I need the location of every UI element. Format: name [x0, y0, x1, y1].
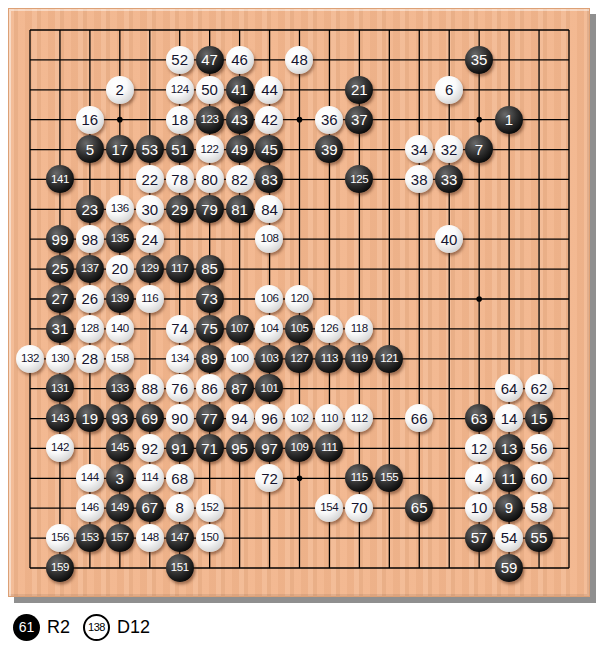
move-number: 36 [321, 112, 338, 127]
move-number: 122 [201, 144, 219, 156]
move-number: 35 [471, 52, 488, 67]
stone-O15: 34 [404, 135, 434, 165]
move-number: 67 [141, 500, 158, 515]
move-number: 100 [231, 353, 249, 365]
move-number: 46 [231, 52, 248, 67]
stone-D9: 140 [105, 314, 135, 344]
move-number: 107 [231, 323, 249, 335]
stone-K6: 102 [284, 403, 314, 433]
stone-M17: 21 [344, 75, 374, 105]
page: { "game": "go", "board_size": 19, "color… [0, 0, 600, 659]
stone-E6: 69 [135, 403, 165, 433]
stone-G9: 75 [195, 314, 225, 344]
move-number: 39 [321, 142, 338, 157]
stone-G14: 80 [195, 164, 225, 194]
stone-F1: 151 [165, 553, 195, 583]
move-number: 142 [51, 442, 69, 454]
move-number: 78 [171, 172, 188, 187]
stone-R2: 54 [494, 523, 524, 553]
move-number: 51 [171, 142, 188, 157]
move-number: 84 [261, 202, 278, 217]
stone-C15: 5 [75, 135, 105, 165]
move-number: 19 [82, 411, 99, 426]
move-number: 135 [111, 233, 129, 245]
stone-K9: 105 [284, 314, 314, 344]
move-number: 22 [141, 172, 158, 187]
move-number: 109 [290, 442, 308, 454]
move-number: 83 [261, 172, 278, 187]
move-number: 69 [141, 411, 158, 426]
move-number: 43 [231, 112, 248, 127]
stone-C6: 19 [75, 403, 105, 433]
move-number: 96 [261, 411, 278, 426]
stone-L15: 39 [314, 135, 344, 165]
stone-M6: 112 [344, 403, 374, 433]
move-number: 94 [231, 411, 248, 426]
stone-R3: 9 [494, 493, 524, 523]
move-number: 140 [111, 323, 129, 335]
move-number: 133 [111, 383, 129, 395]
stone-E15: 53 [135, 135, 165, 165]
move-number: 75 [201, 321, 218, 336]
stone-H15: 49 [225, 135, 255, 165]
stone-J4: 72 [255, 463, 285, 493]
stone-H13: 81 [225, 194, 255, 224]
stone-C8: 28 [75, 344, 105, 374]
stone-B1: 159 [45, 553, 75, 583]
stone-K5: 109 [284, 433, 314, 463]
stone-F3: 8 [165, 493, 195, 523]
stone-P15: 32 [434, 135, 464, 165]
stone-F18: 52 [165, 45, 195, 75]
stone-M3: 70 [344, 493, 374, 523]
stone-G3: 152 [195, 493, 225, 523]
move-number: 54 [501, 530, 518, 545]
move-caption: 61R2138D12 [13, 612, 156, 642]
move-number: 42 [261, 112, 278, 127]
move-number: 132 [21, 353, 39, 365]
move-number: 7 [475, 142, 483, 157]
move-number: 66 [411, 411, 428, 426]
stone-R16: 1 [494, 105, 524, 135]
move-number: 149 [111, 502, 129, 514]
move-number: 76 [171, 381, 188, 396]
stone-D3: 149 [105, 493, 135, 523]
stone-D7: 133 [105, 374, 135, 404]
move-number: 86 [201, 381, 218, 396]
stone-F7: 76 [165, 374, 195, 404]
move-number: 97 [261, 441, 278, 456]
move-number: 14 [501, 411, 518, 426]
move-number: 136 [111, 203, 129, 215]
stone-B6: 143 [45, 403, 75, 433]
stone-H7: 87 [225, 374, 255, 404]
move-number: 124 [171, 84, 189, 96]
stone-E14: 22 [135, 164, 165, 194]
move-number: 106 [260, 293, 278, 305]
move-number: 13 [501, 441, 518, 456]
stone-R1: 59 [494, 553, 524, 583]
stone-P12: 40 [434, 224, 464, 254]
move-number: 118 [351, 323, 368, 335]
stone-D15: 17 [105, 135, 135, 165]
stone-P14: 33 [434, 164, 464, 194]
stone-J7: 101 [255, 374, 285, 404]
move-number: 44 [261, 82, 278, 97]
move-number: 102 [290, 413, 308, 425]
stone-E2: 148 [135, 523, 165, 553]
move-number: 3 [116, 471, 124, 486]
stone-D8: 158 [105, 344, 135, 374]
stone-G18: 47 [195, 45, 225, 75]
stone-B11: 25 [45, 254, 75, 284]
move-number: 38 [411, 172, 428, 187]
move-number: 21 [351, 82, 368, 97]
stone-Q15: 7 [464, 135, 494, 165]
move-number: 157 [111, 532, 129, 544]
move-number: 16 [82, 112, 99, 127]
move-number: 28 [82, 351, 99, 366]
move-number: 12 [471, 441, 488, 456]
move-number: 23 [82, 202, 99, 217]
stone-E3: 67 [135, 493, 165, 523]
move-number: 115 [351, 472, 368, 484]
stone-D12: 135 [105, 224, 135, 254]
stone-B8: 130 [45, 344, 75, 374]
move-number: 88 [141, 381, 158, 396]
stone-G17: 50 [195, 75, 225, 105]
move-number: 59 [501, 560, 518, 575]
move-number: 98 [82, 232, 99, 247]
stone-G2: 150 [195, 523, 225, 553]
move-number: 52 [171, 52, 188, 67]
move-number: 154 [320, 502, 338, 514]
move-number: 123 [201, 114, 219, 126]
move-number: 101 [260, 383, 278, 395]
stone-B5: 142 [45, 433, 75, 463]
stone-B9: 31 [45, 314, 75, 344]
stone-J8: 103 [255, 344, 285, 374]
stone-F5: 91 [165, 433, 195, 463]
move-number: 10 [471, 500, 488, 515]
move-number: 71 [201, 441, 218, 456]
move-number: 92 [141, 441, 158, 456]
stone-R6: 14 [494, 403, 524, 433]
stone-G5: 71 [195, 433, 225, 463]
stone-M9: 118 [344, 314, 374, 344]
stone-F17: 124 [165, 75, 195, 105]
move-number: 108 [260, 233, 278, 245]
stone-J14: 83 [255, 164, 285, 194]
move-number: 144 [81, 472, 99, 484]
stone-L3: 154 [314, 493, 344, 523]
move-number: 80 [201, 172, 218, 187]
move-number: 74 [171, 321, 188, 336]
stone-R4: 11 [494, 463, 524, 493]
move-number: 126 [320, 323, 338, 335]
caption-point-label: D12 [117, 617, 150, 638]
stone-D11: 20 [105, 254, 135, 284]
move-number: 99 [52, 232, 69, 247]
move-number: 121 [380, 353, 398, 365]
stone-J15: 45 [255, 135, 285, 165]
stone-H16: 43 [225, 105, 255, 135]
move-number: 25 [52, 261, 69, 276]
move-number: 32 [441, 142, 458, 157]
move-number: 105 [290, 323, 308, 335]
move-number: 120 [290, 293, 308, 305]
move-number: 95 [231, 441, 248, 456]
stone-S4: 60 [524, 463, 554, 493]
move-number: 64 [501, 381, 518, 396]
move-number: 63 [471, 411, 488, 426]
stone-M8: 119 [344, 344, 374, 374]
stone-M16: 37 [344, 105, 374, 135]
move-number: 81 [231, 202, 248, 217]
move-number: 24 [141, 232, 158, 247]
stone-F15: 51 [165, 135, 195, 165]
move-number: 8 [175, 500, 183, 515]
move-number: 15 [531, 411, 548, 426]
move-number: 79 [201, 202, 218, 217]
stone-B10: 27 [45, 284, 75, 314]
move-number: 49 [231, 142, 248, 157]
stone-H6: 94 [225, 403, 255, 433]
stone-M14: 125 [344, 164, 374, 194]
move-number: 131 [51, 383, 69, 395]
stone-H14: 82 [225, 164, 255, 194]
move-number: 111 [321, 442, 337, 454]
move-number: 58 [531, 500, 548, 515]
stone-M4: 115 [344, 463, 374, 493]
move-number: 91 [171, 441, 188, 456]
stone-F4: 68 [165, 463, 195, 493]
stone-L16: 36 [314, 105, 344, 135]
move-number: 139 [111, 293, 129, 305]
move-number: 55 [531, 530, 548, 545]
move-number: 11 [501, 471, 517, 486]
move-number: 156 [51, 532, 69, 544]
move-number: 159 [51, 562, 69, 574]
move-number: 45 [261, 142, 278, 157]
move-number: 112 [351, 413, 368, 425]
move-number: 143 [51, 413, 69, 425]
move-number: 33 [441, 172, 458, 187]
stone-H8: 100 [225, 344, 255, 374]
move-number: 20 [111, 261, 128, 276]
stone-N8: 121 [374, 344, 404, 374]
stone-E4: 114 [135, 463, 165, 493]
stone-K8: 127 [284, 344, 314, 374]
stone-C3: 146 [75, 493, 105, 523]
stone-F11: 117 [165, 254, 195, 284]
stone-C9: 128 [75, 314, 105, 344]
move-number: 146 [81, 502, 99, 514]
stone-C10: 26 [75, 284, 105, 314]
move-number: 2 [116, 82, 124, 97]
stone-F2: 147 [165, 523, 195, 553]
move-number: 62 [531, 381, 548, 396]
stone-B2: 156 [45, 523, 75, 553]
stone-D17: 2 [105, 75, 135, 105]
move-number: 85 [201, 261, 218, 276]
move-number: 65 [411, 500, 428, 515]
stone-D2: 157 [105, 523, 135, 553]
move-number: 50 [201, 82, 218, 97]
stone-H5: 95 [225, 433, 255, 463]
move-number: 31 [52, 321, 69, 336]
stone-H17: 41 [225, 75, 255, 105]
move-number: 89 [201, 351, 218, 366]
stone-J10: 106 [255, 284, 285, 314]
stone-J12: 108 [255, 224, 285, 254]
move-number: 26 [82, 291, 99, 306]
stone-J5: 97 [255, 433, 285, 463]
move-number: 103 [260, 353, 278, 365]
move-number: 153 [81, 532, 99, 544]
move-number: 18 [171, 112, 188, 127]
move-number: 77 [201, 411, 218, 426]
stone-K10: 120 [284, 284, 314, 314]
stone-B7: 131 [45, 374, 75, 404]
move-number: 116 [141, 293, 158, 305]
stone-D5: 145 [105, 433, 135, 463]
stone-G7: 86 [195, 374, 225, 404]
stone-Q5: 12 [464, 433, 494, 463]
caption-stone-138: 138 [83, 614, 110, 641]
stone-O14: 38 [404, 164, 434, 194]
stone-O6: 66 [404, 403, 434, 433]
stone-E5: 92 [135, 433, 165, 463]
stone-G16: 123 [195, 105, 225, 135]
move-number: 158 [111, 353, 129, 365]
stone-A8: 132 [15, 344, 45, 374]
move-number: 90 [171, 411, 188, 426]
stone-F6: 90 [165, 403, 195, 433]
move-number: 5 [86, 142, 94, 157]
move-number: 37 [351, 112, 368, 127]
move-number: 130 [51, 353, 69, 365]
stone-S3: 58 [524, 493, 554, 523]
move-number: 82 [231, 172, 248, 187]
stone-Q3: 10 [464, 493, 494, 523]
move-number: 29 [171, 202, 188, 217]
stone-G8: 89 [195, 344, 225, 374]
stone-D4: 3 [105, 463, 135, 493]
stone-G13: 79 [195, 194, 225, 224]
move-number: 127 [290, 353, 308, 365]
move-number: 40 [441, 232, 458, 247]
move-number: 117 [171, 263, 188, 275]
caption-stone-61: 61 [13, 614, 40, 641]
stone-E7: 88 [135, 374, 165, 404]
stone-L8: 113 [314, 344, 344, 374]
move-number: 87 [231, 381, 248, 396]
stone-J16: 42 [255, 105, 285, 135]
stone-Q2: 57 [464, 523, 494, 553]
stone-L9: 126 [314, 314, 344, 344]
stone-J17: 44 [255, 75, 285, 105]
stone-O3: 65 [404, 493, 434, 523]
move-number: 27 [52, 291, 69, 306]
move-number: 134 [171, 353, 189, 365]
stone-G11: 85 [195, 254, 225, 284]
stone-H9: 107 [225, 314, 255, 344]
stone-Q18: 35 [464, 45, 494, 75]
stone-G10: 73 [195, 284, 225, 314]
move-number: 147 [171, 532, 189, 544]
stone-D13: 136 [105, 194, 135, 224]
stone-C11: 137 [75, 254, 105, 284]
move-number: 9 [505, 500, 513, 515]
stone-S2: 55 [524, 523, 554, 553]
move-number: 125 [350, 174, 368, 186]
stone-C13: 23 [75, 194, 105, 224]
move-number: 72 [261, 471, 278, 486]
stone-C16: 16 [75, 105, 105, 135]
move-number: 1 [505, 112, 513, 127]
stone-C2: 153 [75, 523, 105, 553]
stone-D10: 139 [105, 284, 135, 314]
move-number: 73 [201, 291, 218, 306]
stone-G15: 122 [195, 135, 225, 165]
stone-L6: 110 [314, 403, 344, 433]
stone-F13: 29 [165, 194, 195, 224]
move-number: 114 [141, 472, 158, 484]
move-number: 128 [81, 323, 99, 335]
move-number: 68 [171, 471, 188, 486]
stone-Q4: 4 [464, 463, 494, 493]
stone-R7: 64 [494, 374, 524, 404]
stone-S5: 56 [524, 433, 554, 463]
move-number: 4 [475, 471, 483, 486]
stone-N4: 155 [374, 463, 404, 493]
move-number: 70 [351, 500, 368, 515]
move-number: 150 [201, 532, 219, 544]
stone-J13: 84 [255, 194, 285, 224]
stone-R5: 13 [494, 433, 524, 463]
move-number: 53 [141, 142, 158, 157]
move-number: 48 [291, 52, 308, 67]
move-number: 110 [321, 413, 338, 425]
stone-E10: 116 [135, 284, 165, 314]
stone-B14: 141 [45, 164, 75, 194]
stone-B12: 99 [45, 224, 75, 254]
move-number: 148 [141, 532, 159, 544]
stone-C4: 144 [75, 463, 105, 493]
move-number: 6 [445, 82, 453, 97]
stone-F9: 74 [165, 314, 195, 344]
go-board: 5247464835212450414421616181234342363715… [8, 8, 590, 597]
stone-F8: 134 [165, 344, 195, 374]
stone-S6: 15 [524, 403, 554, 433]
move-number: 47 [201, 52, 218, 67]
move-number: 56 [531, 441, 548, 456]
move-number: 129 [141, 263, 159, 275]
stone-Q6: 63 [464, 403, 494, 433]
move-number: 119 [351, 353, 368, 365]
stone-G6: 77 [195, 403, 225, 433]
move-number: 151 [171, 562, 189, 574]
stone-E11: 129 [135, 254, 165, 284]
move-number: 104 [260, 323, 278, 335]
stone-H18: 46 [225, 45, 255, 75]
stone-J6: 96 [255, 403, 285, 433]
board-cells: 5247464835212450414421616181234342363715… [15, 15, 584, 583]
stone-S7: 62 [524, 374, 554, 404]
caption-point-label: R2 [47, 617, 70, 638]
stone-J9: 104 [255, 314, 285, 344]
